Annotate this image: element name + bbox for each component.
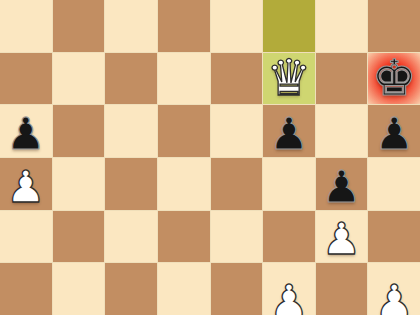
- square-h7[interactable]: ♚: [368, 53, 420, 105]
- square-c6[interactable]: [105, 105, 157, 157]
- square-c7[interactable]: [105, 53, 157, 105]
- square-c8[interactable]: [105, 0, 157, 52]
- black-pawn[interactable]: ♟: [269, 112, 308, 156]
- square-a7[interactable]: [0, 53, 52, 105]
- white-pawn[interactable]: ♟: [6, 165, 45, 209]
- square-d4[interactable]: [158, 211, 210, 263]
- square-f7[interactable]: ♛: [263, 53, 315, 105]
- square-c3[interactable]: [105, 263, 157, 315]
- square-a3[interactable]: [0, 263, 52, 315]
- square-d6[interactable]: [158, 105, 210, 157]
- square-b5[interactable]: [53, 158, 105, 210]
- square-h6[interactable]: ♟: [368, 105, 420, 157]
- chess-board: ♛♚♟♟♟♟♟♟♟♟: [0, 0, 420, 315]
- square-a6[interactable]: ♟: [0, 105, 52, 157]
- square-g3[interactable]: [316, 263, 368, 315]
- square-b7[interactable]: [53, 53, 105, 105]
- square-e5[interactable]: [211, 158, 263, 210]
- square-a5[interactable]: ♟: [0, 158, 52, 210]
- white-pawn[interactable]: ♟: [322, 217, 361, 261]
- square-c5[interactable]: [105, 158, 157, 210]
- square-g8[interactable]: [316, 0, 368, 52]
- square-h4[interactable]: [368, 211, 420, 263]
- square-e6[interactable]: [211, 105, 263, 157]
- white-pawn[interactable]: ♟: [269, 279, 308, 315]
- square-g4[interactable]: ♟: [316, 211, 368, 263]
- square-b3[interactable]: [53, 263, 105, 315]
- square-d5[interactable]: [158, 158, 210, 210]
- square-d7[interactable]: [158, 53, 210, 105]
- black-pawn[interactable]: ♟: [374, 112, 413, 156]
- square-e4[interactable]: [211, 211, 263, 263]
- square-e8[interactable]: [211, 0, 263, 52]
- square-e7[interactable]: [211, 53, 263, 105]
- square-e3[interactable]: [211, 263, 263, 315]
- square-f5[interactable]: [263, 158, 315, 210]
- square-d8[interactable]: [158, 0, 210, 52]
- square-f8[interactable]: [263, 0, 315, 52]
- black-pawn[interactable]: ♟: [6, 112, 45, 156]
- square-g6[interactable]: [316, 105, 368, 157]
- square-a4[interactable]: [0, 211, 52, 263]
- white-queen[interactable]: ♛: [267, 53, 312, 103]
- square-d3[interactable]: [158, 263, 210, 315]
- black-pawn[interactable]: ♟: [322, 165, 361, 209]
- square-h3[interactable]: ♟: [368, 263, 420, 315]
- square-a8[interactable]: [0, 0, 52, 52]
- square-g5[interactable]: ♟: [316, 158, 368, 210]
- square-b4[interactable]: [53, 211, 105, 263]
- square-h8[interactable]: [368, 0, 420, 52]
- square-h5[interactable]: [368, 158, 420, 210]
- square-b6[interactable]: [53, 105, 105, 157]
- square-f4[interactable]: [263, 211, 315, 263]
- black-king[interactable]: ♚: [372, 53, 417, 103]
- square-c4[interactable]: [105, 211, 157, 263]
- square-f6[interactable]: ♟: [263, 105, 315, 157]
- square-b8[interactable]: [53, 0, 105, 52]
- square-g7[interactable]: [316, 53, 368, 105]
- white-pawn[interactable]: ♟: [374, 279, 413, 315]
- square-f3[interactable]: ♟: [263, 263, 315, 315]
